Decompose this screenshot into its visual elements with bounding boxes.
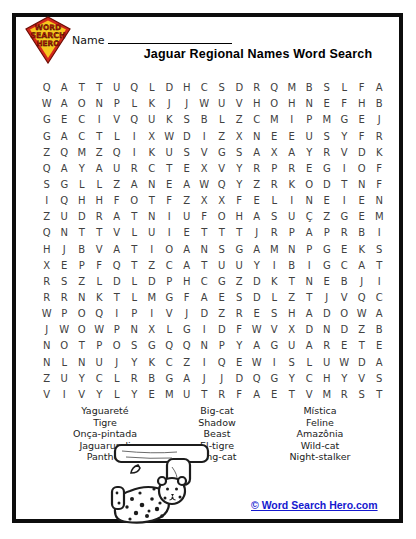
grid-cell[interactable]: A [371, 306, 389, 322]
grid-cell[interactable]: W [38, 96, 56, 112]
grid-cell[interactable]: H [353, 96, 371, 112]
grid-cell[interactable]: R [213, 387, 231, 403]
grid-cell[interactable]: U [318, 355, 336, 371]
grid-cell[interactable]: O [161, 241, 179, 257]
grid-cell[interactable]: Q [248, 371, 266, 387]
grid-cell[interactable]: O [126, 193, 144, 209]
grid-cell[interactable]: I [371, 225, 389, 241]
grid-cell[interactable]: W [56, 322, 74, 338]
grid-cell[interactable]: D [248, 290, 266, 306]
grid-cell[interactable]: U [178, 209, 196, 225]
grid-cell[interactable]: E [213, 290, 231, 306]
grid-cell[interactable]: Z [178, 193, 196, 209]
grid-cell[interactable]: A [248, 145, 266, 161]
grid-cell[interactable]: S [371, 241, 389, 257]
grid-cell[interactable]: C [196, 80, 214, 96]
grid-cell[interactable]: B [371, 96, 389, 112]
grid-cell[interactable]: I [161, 209, 179, 225]
grid-cell[interactable]: A [178, 371, 196, 387]
grid-cell[interactable]: G [38, 112, 56, 128]
grid-cell[interactable]: S [231, 145, 249, 161]
grid-cell[interactable]: E [353, 209, 371, 225]
grid-cell[interactable]: A [353, 258, 371, 274]
grid-cell[interactable]: D [196, 306, 214, 322]
grid-cell[interactable]: N [196, 241, 214, 257]
grid-cell[interactable]: K [353, 241, 371, 257]
grid-cell[interactable]: Z [283, 290, 301, 306]
grid-cell[interactable]: X [213, 193, 231, 209]
grid-cell[interactable]: T [91, 128, 109, 144]
grid-cell[interactable]: J [178, 96, 196, 112]
grid-cell[interactable]: N [143, 177, 161, 193]
grid-cell[interactable]: Q [56, 193, 74, 209]
grid-cell[interactable]: G [161, 371, 179, 387]
grid-cell[interactable]: Z [231, 274, 249, 290]
grid-cell[interactable]: Z [213, 306, 231, 322]
grid-cell[interactable]: K [143, 145, 161, 161]
grid-cell[interactable]: A [56, 80, 74, 96]
grid-cell[interactable]: N [371, 193, 389, 209]
grid-cell[interactable]: Z [38, 209, 56, 225]
grid-cell[interactable]: J [38, 322, 56, 338]
grid-cell[interactable]: G [231, 241, 249, 257]
grid-cell[interactable]: D [231, 371, 249, 387]
grid-cell[interactable]: B [196, 112, 214, 128]
grid-cell[interactable]: B [143, 371, 161, 387]
grid-cell[interactable]: U [283, 338, 301, 354]
grid-cell[interactable]: R [318, 145, 336, 161]
grid-cell[interactable]: E [248, 193, 266, 209]
grid-cell[interactable]: C [336, 258, 354, 274]
grid-cell[interactable]: J [56, 241, 74, 257]
grid-cell[interactable]: U [178, 387, 196, 403]
grid-cell[interactable]: T [108, 290, 126, 306]
grid-cell[interactable]: M [161, 387, 179, 403]
grid-cell[interactable]: U [143, 225, 161, 241]
grid-cell[interactable]: V [231, 96, 249, 112]
grid-cell[interactable]: M [371, 209, 389, 225]
grid-cell[interactable]: D [353, 355, 371, 371]
grid-cell[interactable]: L [266, 193, 284, 209]
grid-cell[interactable]: I [336, 193, 354, 209]
grid-cell[interactable]: W [248, 322, 266, 338]
grid-cell[interactable]: N [283, 241, 301, 257]
grid-cell[interactable]: L [126, 96, 144, 112]
grid-cell[interactable]: Q [56, 145, 74, 161]
grid-cell[interactable]: T [73, 338, 91, 354]
grid-cell[interactable]: E [353, 112, 371, 128]
grid-cell[interactable]: I [143, 241, 161, 257]
grid-cell[interactable]: B [73, 241, 91, 257]
grid-cell[interactable]: R [126, 161, 144, 177]
grid-cell[interactable]: K [143, 355, 161, 371]
grid-cell[interactable]: Q [178, 338, 196, 354]
grid-cell[interactable]: Z [73, 274, 91, 290]
grid-cell[interactable]: E [301, 161, 319, 177]
grid-cell[interactable]: Y [73, 371, 91, 387]
grid-cell[interactable]: F [231, 193, 249, 209]
grid-cell[interactable]: Q [38, 80, 56, 96]
grid-cell[interactable]: U [231, 258, 249, 274]
grid-cell[interactable]: J [371, 112, 389, 128]
grid-cell[interactable]: W [336, 355, 354, 371]
grid-cell[interactable]: T [353, 338, 371, 354]
grid-cell[interactable]: L [73, 177, 91, 193]
grid-cell[interactable]: P [301, 112, 319, 128]
grid-cell[interactable]: O [73, 96, 91, 112]
grid-cell[interactable]: S [126, 338, 144, 354]
grid-cell[interactable]: N [301, 193, 319, 209]
grid-cell[interactable]: H [38, 241, 56, 257]
grid-cell[interactable]: J [213, 371, 231, 387]
grid-cell[interactable]: M [143, 290, 161, 306]
grid-cell[interactable]: Z [38, 371, 56, 387]
grid-cell[interactable]: E [318, 193, 336, 209]
grid-cell[interactable]: A [91, 161, 109, 177]
grid-cell[interactable]: S [371, 371, 389, 387]
grid-cell[interactable]: Z [231, 112, 249, 128]
grid-cell[interactable]: I [126, 128, 144, 144]
grid-cell[interactable]: T [126, 241, 144, 257]
grid-cell[interactable]: L [126, 290, 144, 306]
grid-cell[interactable]: A [178, 258, 196, 274]
grid-cell[interactable]: G [266, 338, 284, 354]
grid-cell[interactable]: G [318, 161, 336, 177]
grid-cell[interactable]: V [161, 306, 179, 322]
grid-cell[interactable]: I [283, 112, 301, 128]
grid-cell[interactable]: H [73, 193, 91, 209]
grid-cell[interactable]: B [371, 322, 389, 338]
grid-cell[interactable]: V [213, 161, 231, 177]
grid-cell[interactable]: Q [266, 80, 284, 96]
grid-cell[interactable]: U [283, 209, 301, 225]
grid-cell[interactable]: O [336, 306, 354, 322]
grid-cell[interactable]: F [336, 96, 354, 112]
grid-cell[interactable]: U [91, 355, 109, 371]
grid-cell[interactable]: C [161, 355, 179, 371]
grid-cell[interactable]: K [371, 145, 389, 161]
grid-cell[interactable]: S [213, 80, 231, 96]
grid-cell[interactable]: E [266, 387, 284, 403]
grid-cell[interactable]: R [248, 80, 266, 96]
grid-cell[interactable]: J [196, 371, 214, 387]
grid-cell[interactable]: V [266, 322, 284, 338]
grid-cell[interactable]: I [283, 193, 301, 209]
grid-cell[interactable]: L [126, 274, 144, 290]
grid-cell[interactable]: C [301, 371, 319, 387]
grid-cell[interactable]: X [231, 128, 249, 144]
grid-cell[interactable]: P [266, 161, 284, 177]
grid-cell[interactable]: R [248, 161, 266, 177]
grid-cell[interactable]: A [248, 209, 266, 225]
grid-cell[interactable]: L [126, 225, 144, 241]
grid-cell[interactable]: N [56, 225, 74, 241]
grid-cell[interactable]: V [336, 290, 354, 306]
grid-cell[interactable]: I [56, 387, 74, 403]
grid-cell[interactable]: Y [283, 371, 301, 387]
grid-cell[interactable]: A [248, 338, 266, 354]
grid-cell[interactable]: Y [248, 258, 266, 274]
grid-cell[interactable]: X [196, 193, 214, 209]
grid-cell[interactable]: Y [336, 128, 354, 144]
grid-cell[interactable]: H [318, 371, 336, 387]
grid-cell[interactable]: P [161, 274, 179, 290]
grid-cell[interactable]: U [161, 145, 179, 161]
grid-cell[interactable]: L [56, 355, 74, 371]
grid-cell[interactable]: O [353, 161, 371, 177]
grid-cell[interactable]: C [371, 290, 389, 306]
grid-cell[interactable]: T [73, 225, 91, 241]
grid-cell[interactable]: N [301, 96, 319, 112]
grid-cell[interactable]: L [161, 322, 179, 338]
grid-cell[interactable]: E [161, 177, 179, 193]
grid-cell[interactable]: X [143, 322, 161, 338]
grid-cell[interactable]: S [266, 306, 284, 322]
grid-cell[interactable]: S [178, 112, 196, 128]
grid-cell[interactable]: G [318, 258, 336, 274]
grid-cell[interactable]: N [38, 355, 56, 371]
grid-cell[interactable]: R [266, 225, 284, 241]
grid-cell[interactable]: J [161, 96, 179, 112]
grid-cell[interactable]: J [108, 355, 126, 371]
grid-cell[interactable]: E [336, 241, 354, 257]
grid-cell[interactable]: A [301, 225, 319, 241]
grid-cell[interactable]: H [91, 193, 109, 209]
grid-cell[interactable]: U [143, 112, 161, 128]
grid-cell[interactable]: A [301, 306, 319, 322]
grid-cell[interactable]: M [73, 145, 91, 161]
grid-cell[interactable]: U [108, 80, 126, 96]
grid-cell[interactable]: K [283, 177, 301, 193]
grid-cell[interactable]: F [161, 193, 179, 209]
grid-cell[interactable]: Z [213, 128, 231, 144]
grid-cell[interactable]: R [126, 371, 144, 387]
grid-cell[interactable]: K [266, 274, 284, 290]
grid-cell[interactable]: T [301, 290, 319, 306]
grid-cell[interactable]: G [318, 241, 336, 257]
grid-cell[interactable]: A [56, 161, 74, 177]
grid-cell[interactable]: R [38, 274, 56, 290]
grid-cell[interactable]: L [336, 80, 354, 96]
grid-cell[interactable]: U [56, 209, 74, 225]
grid-cell[interactable]: V [301, 387, 319, 403]
grid-cell[interactable]: N [38, 338, 56, 354]
grid-cell[interactable]: Q [161, 338, 179, 354]
grid-cell[interactable]: V [73, 387, 91, 403]
grid-cell[interactable]: P [56, 306, 74, 322]
grid-cell[interactable]: R [283, 161, 301, 177]
grid-cell[interactable]: H [248, 96, 266, 112]
grid-cell[interactable]: A [56, 128, 74, 144]
grid-cell[interactable]: L [91, 177, 109, 193]
grid-cell[interactable]: C [91, 371, 109, 387]
grid-cell[interactable]: T [196, 387, 214, 403]
grid-cell[interactable]: V [108, 225, 126, 241]
grid-cell[interactable]: Q [353, 290, 371, 306]
grid-cell[interactable]: P [91, 338, 109, 354]
grid-cell[interactable]: J [178, 306, 196, 322]
grid-cell[interactable]: Z [318, 209, 336, 225]
grid-cell[interactable]: W [91, 322, 109, 338]
grid-cell[interactable]: S [213, 241, 231, 257]
grid-cell[interactable]: D [161, 80, 179, 96]
grid-cell[interactable]: T [126, 209, 144, 225]
grid-cell[interactable]: I [143, 306, 161, 322]
grid-cell[interactable]: E [318, 274, 336, 290]
grid-cell[interactable]: D [73, 209, 91, 225]
grid-cell[interactable]: E [266, 128, 284, 144]
grid-cell[interactable]: G [143, 338, 161, 354]
grid-cell[interactable]: A [301, 338, 319, 354]
grid-cell[interactable]: G [161, 290, 179, 306]
grid-cell[interactable]: L [213, 112, 231, 128]
grid-cell[interactable]: K [143, 96, 161, 112]
grid-cell[interactable]: T [371, 258, 389, 274]
grid-cell[interactable]: D [336, 322, 354, 338]
grid-cell[interactable]: W [196, 96, 214, 112]
grid-cell[interactable]: G [56, 177, 74, 193]
grid-cell[interactable]: S [56, 274, 74, 290]
grid-cell[interactable]: T [371, 387, 389, 403]
grid-cell[interactable]: J [318, 290, 336, 306]
grid-cell[interactable]: P [283, 225, 301, 241]
grid-cell[interactable]: R [38, 290, 56, 306]
grid-cell[interactable]: N [248, 128, 266, 144]
grid-cell[interactable]: A [178, 241, 196, 257]
grid-cell[interactable]: S [38, 177, 56, 193]
grid-cell[interactable]: F [371, 161, 389, 177]
grid-cell[interactable]: O [301, 177, 319, 193]
grid-cell[interactable]: A [196, 290, 214, 306]
grid-cell[interactable]: M [318, 112, 336, 128]
grid-cell[interactable]: L [143, 80, 161, 96]
grid-cell[interactable]: V [91, 241, 109, 257]
grid-cell[interactable]: P [108, 96, 126, 112]
grid-cell[interactable]: A [56, 96, 74, 112]
grid-cell[interactable]: Y [301, 145, 319, 161]
grid-cell[interactable]: S [353, 387, 371, 403]
grid-cell[interactable]: T [283, 274, 301, 290]
grid-cell[interactable]: Y [73, 161, 91, 177]
grid-cell[interactable]: V [353, 371, 371, 387]
grid-cell[interactable]: I [196, 355, 214, 371]
grid-cell[interactable]: F [231, 322, 249, 338]
grid-cell[interactable]: Q [91, 306, 109, 322]
grid-cell[interactable]: U [301, 128, 319, 144]
grid-cell[interactable]: M [266, 241, 284, 257]
grid-cell[interactable]: H [283, 96, 301, 112]
grid-cell[interactable]: L [91, 274, 109, 290]
grid-cell[interactable]: E [178, 225, 196, 241]
grid-cell[interactable]: Y [231, 338, 249, 354]
grid-cell[interactable]: E [318, 96, 336, 112]
grid-cell[interactable]: T [196, 225, 214, 241]
grid-cell[interactable]: E [336, 338, 354, 354]
grid-cell[interactable]: H [231, 209, 249, 225]
grid-cell[interactable]: F [353, 80, 371, 96]
grid-cell[interactable]: O [266, 96, 284, 112]
grid-cell[interactable]: H [178, 80, 196, 96]
grid-cell[interactable]: T [73, 80, 91, 96]
grid-cell[interactable]: I [196, 322, 214, 338]
grid-cell[interactable]: F [91, 258, 109, 274]
grid-cell[interactable]: D [301, 322, 319, 338]
grid-cell[interactable]: V [108, 112, 126, 128]
grid-cell[interactable]: N [126, 322, 144, 338]
grid-cell[interactable]: F [196, 209, 214, 225]
grid-cell[interactable]: E [248, 306, 266, 322]
grid-cell[interactable]: Y [231, 177, 249, 193]
grid-cell[interactable]: T [143, 193, 161, 209]
grid-cell[interactable]: C [196, 274, 214, 290]
grid-cell[interactable]: D [248, 274, 266, 290]
grid-cell[interactable]: T [91, 80, 109, 96]
grid-cell[interactable]: O [73, 306, 91, 322]
grid-cell[interactable]: B [336, 274, 354, 290]
grid-cell[interactable]: G [38, 128, 56, 144]
grid-cell[interactable]: S [283, 355, 301, 371]
grid-cell[interactable]: Q [108, 145, 126, 161]
grid-cell[interactable]: T [161, 161, 179, 177]
grid-cell[interactable]: A [126, 177, 144, 193]
grid-cell[interactable]: V [336, 145, 354, 161]
grid-cell[interactable]: N [91, 96, 109, 112]
grid-cell[interactable]: G [213, 274, 231, 290]
grid-cell[interactable]: C [73, 112, 91, 128]
grid-cell[interactable]: I [336, 161, 354, 177]
grid-cell[interactable]: X [283, 322, 301, 338]
grid-cell[interactable]: E [178, 161, 196, 177]
grid-cell[interactable]: D [353, 145, 371, 161]
grid-cell[interactable]: Q [126, 112, 144, 128]
grid-cell[interactable]: F [231, 387, 249, 403]
grid-cell[interactable]: O [73, 322, 91, 338]
grid-cell[interactable]: R [266, 177, 284, 193]
grid-cell[interactable]: L [301, 355, 319, 371]
grid-cell[interactable]: L [108, 371, 126, 387]
grid-cell[interactable]: A [248, 241, 266, 257]
grid-cell[interactable]: Q [126, 80, 144, 96]
grid-cell[interactable]: F [371, 177, 389, 193]
grid-cell[interactable]: Z [353, 322, 371, 338]
grid-cell[interactable]: B [353, 225, 371, 241]
grid-cell[interactable]: C [143, 161, 161, 177]
grid-cell[interactable]: K [161, 112, 179, 128]
name-input-line[interactable] [108, 31, 232, 44]
grid-cell[interactable]: U [56, 371, 74, 387]
grid-cell[interactable]: D [318, 306, 336, 322]
grid-cell[interactable]: C [73, 128, 91, 144]
grid-cell[interactable]: M [318, 387, 336, 403]
grid-cell[interactable]: Ç [301, 209, 319, 225]
grid-cell[interactable]: J [248, 225, 266, 241]
grid-cell[interactable]: N [196, 338, 214, 354]
grid-cell[interactable]: Q [213, 355, 231, 371]
grid-cell[interactable]: T [91, 225, 109, 241]
grid-cell[interactable]: F [178, 290, 196, 306]
grid-cell[interactable]: R [56, 290, 74, 306]
grid-cell[interactable]: S [178, 145, 196, 161]
grid-cell[interactable]: R [91, 209, 109, 225]
grid-cell[interactable]: X [38, 258, 56, 274]
grid-cell[interactable]: Y [336, 371, 354, 387]
grid-cell[interactable]: P [73, 258, 91, 274]
grid-cell[interactable]: D [178, 128, 196, 144]
grid-cell[interactable]: Q [213, 177, 231, 193]
grid-cell[interactable]: E [143, 387, 161, 403]
grid-cell[interactable]: S [318, 80, 336, 96]
grid-cell[interactable]: L [266, 290, 284, 306]
